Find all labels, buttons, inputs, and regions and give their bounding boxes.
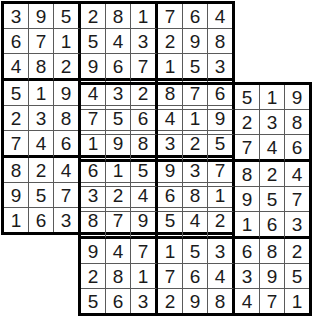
sudoku-cell-br-r5c7: 9	[235, 187, 260, 212]
sudoku-cell-tl-r8c1: 9	[4, 183, 29, 208]
board: 3952817646715432984829671535194328762387…	[0, 0, 312, 320]
sudoku-cell-br-r6c9: 3	[285, 212, 309, 239]
sudoku-cell-br-r4c8: 2	[260, 162, 285, 187]
sudoku-cell-tl-r1c7: 7	[158, 4, 183, 29]
sudoku-cell-tl-r2c8: 9	[183, 29, 208, 54]
sudoku-cell-br-r8c1: 2	[81, 264, 106, 289]
sudoku-cell-tl-r1c4: 2	[81, 4, 106, 29]
sudoku-cell-br-r3c9: 6	[285, 135, 309, 162]
sudoku-cell-br-r1c4	[158, 85, 183, 110]
sudoku-cell-br-r2c8: 3	[260, 110, 285, 135]
sudoku-cell-br-r8c5: 6	[183, 264, 208, 289]
sudoku-cell-br-r1c7: 5	[235, 85, 260, 110]
sudoku-cell-tl-r4c3: 9	[54, 81, 81, 106]
sudoku-cell-br-r2c7: 2	[235, 110, 260, 135]
sudoku-cell-tl-r3c9: 3	[208, 54, 232, 81]
sudoku-cell-tl-r3c6: 7	[131, 54, 158, 81]
sudoku-cell-br-r4c3	[131, 162, 158, 187]
sudoku-cell-br-r1c9: 9	[285, 85, 309, 110]
sudoku-cell-tl-r7c2: 2	[29, 158, 54, 183]
sudoku-cell-tl-r5c3: 8	[54, 106, 81, 131]
sudoku-cell-tl-r1c9: 4	[208, 4, 232, 29]
sudoku-cell-br-r5c4	[158, 187, 183, 212]
sudoku-cell-br-r4c9: 4	[285, 162, 309, 187]
sudoku-cell-br-r4c6	[208, 162, 235, 187]
sudoku-cell-br-r7c1: 9	[81, 239, 106, 264]
sudoku-cell-br-r9c6: 8	[208, 289, 235, 313]
sudoku-cell-br-r4c7: 8	[235, 162, 260, 187]
sudoku-cell-br-r7c5: 5	[183, 239, 208, 264]
sudoku-cell-br-r2c2	[106, 110, 131, 135]
sudoku-cell-br-r4c5	[183, 162, 208, 187]
sudoku-cell-tl-r2c9: 8	[208, 29, 232, 54]
sudoku-cell-tl-r5c1: 2	[4, 106, 29, 131]
sudoku-cell-br-r5c3	[131, 187, 158, 212]
sudoku-cell-br-r5c8: 5	[260, 187, 285, 212]
sudoku-cell-br-r7c7: 6	[235, 239, 260, 264]
sudoku-cell-tl-r2c2: 7	[29, 29, 54, 54]
sudoku-cell-tl-r9c2: 6	[29, 208, 54, 232]
sudoku-cell-br-r3c7: 7	[235, 135, 260, 162]
sudoku-cell-tl-r3c4: 9	[81, 54, 106, 81]
sudoku-cell-br-r5c9: 7	[285, 187, 309, 212]
sudoku-cell-br-r6c8: 6	[260, 212, 285, 239]
sudoku-grid-bottom-right: 5192387468249571639471536822817643955632…	[78, 82, 312, 316]
sudoku-cell-br-r1c5	[183, 85, 208, 110]
sudoku-cell-br-r9c4: 2	[158, 289, 183, 313]
sudoku-cell-br-r8c4: 7	[158, 264, 183, 289]
sudoku-cell-br-r4c4	[158, 162, 183, 187]
sudoku-cell-br-r1c2	[106, 85, 131, 110]
sudoku-cell-br-r3c4	[158, 135, 183, 162]
sudoku-cell-tl-r1c2: 9	[29, 4, 54, 29]
sudoku-cell-br-r6c2	[106, 212, 131, 239]
sudoku-cell-tl-r4c2: 1	[29, 81, 54, 106]
sudoku-cell-br-r5c2	[106, 187, 131, 212]
sudoku-cell-br-r1c3	[131, 85, 158, 110]
sudoku-cell-tl-r2c4: 5	[81, 29, 106, 54]
sudoku-cell-tl-r4c1: 5	[4, 81, 29, 106]
sudoku-cell-tl-r2c5: 4	[106, 29, 131, 54]
sudoku-cell-br-r9c3: 3	[131, 289, 158, 313]
sudoku-cell-tl-r1c6: 1	[131, 4, 158, 29]
sudoku-cell-br-r6c4	[158, 212, 183, 239]
sudoku-cell-tl-r6c3: 6	[54, 131, 81, 158]
sudoku-cell-tl-r3c5: 6	[106, 54, 131, 81]
sudoku-cell-br-r9c8: 7	[260, 289, 285, 313]
sudoku-cell-tl-r2c3: 1	[54, 29, 81, 54]
sudoku-cell-tl-r1c8: 6	[183, 4, 208, 29]
sudoku-cell-tl-r5c2: 3	[29, 106, 54, 131]
sudoku-cell-br-r6c6	[208, 212, 235, 239]
sudoku-cell-br-r4c2	[106, 162, 131, 187]
sudoku-cell-br-r8c3: 1	[131, 264, 158, 289]
sudoku-cell-tl-r9c3: 3	[54, 208, 81, 232]
sudoku-cell-br-r3c8: 4	[260, 135, 285, 162]
sudoku-cell-br-r2c1	[81, 110, 106, 135]
sudoku-cell-br-r3c3	[131, 135, 158, 162]
sudoku-cell-br-r4c1	[81, 162, 106, 187]
sudoku-cell-br-r9c2: 6	[106, 289, 131, 313]
sudoku-cell-tl-r6c1: 7	[4, 131, 29, 158]
sudoku-cell-br-r9c9: 1	[285, 289, 309, 313]
sudoku-cell-tl-r9c1: 1	[4, 208, 29, 232]
sudoku-cell-tl-r3c1: 4	[4, 54, 29, 81]
sudoku-cell-br-r7c6: 3	[208, 239, 235, 264]
sudoku-cell-br-r6c7: 1	[235, 212, 260, 239]
sudoku-cell-br-r2c5	[183, 110, 208, 135]
sudoku-cell-br-r7c9: 2	[285, 239, 309, 264]
sudoku-cell-tl-r8c3: 7	[54, 183, 81, 208]
sudoku-cell-br-r9c7: 4	[235, 289, 260, 313]
sudoku-cell-br-r8c2: 8	[106, 264, 131, 289]
sudoku-cell-tl-r1c1: 3	[4, 4, 29, 29]
sudoku-cell-br-r3c5	[183, 135, 208, 162]
sudoku-cell-tl-r1c5: 8	[106, 4, 131, 29]
sudoku-cell-tl-r8c2: 5	[29, 183, 54, 208]
sudoku-cell-br-r2c9: 8	[285, 110, 309, 135]
sudoku-cell-br-r7c8: 8	[260, 239, 285, 264]
sudoku-cell-tl-r1c3: 5	[54, 4, 81, 29]
sudoku-cell-br-r7c2: 4	[106, 239, 131, 264]
sudoku-cell-br-r9c1: 5	[81, 289, 106, 313]
sudoku-cell-tl-r3c7: 1	[158, 54, 183, 81]
sudoku-cell-tl-r7c3: 4	[54, 158, 81, 183]
sudoku-cell-tl-r7c1: 8	[4, 158, 29, 183]
sudoku-cell-br-r6c3	[131, 212, 158, 239]
sudoku-cell-tl-r2c6: 3	[131, 29, 158, 54]
sudoku-cell-br-r6c1	[81, 212, 106, 239]
sudoku-cell-br-r2c6	[208, 110, 235, 135]
sudoku-cell-tl-r3c3: 2	[54, 54, 81, 81]
sudoku-cell-tl-r3c2: 8	[29, 54, 54, 81]
sudoku-cell-br-r3c6	[208, 135, 235, 162]
sudoku-cell-br-r5c5	[183, 187, 208, 212]
sudoku-cell-tl-r2c1: 6	[4, 29, 29, 54]
sudoku-cell-br-r1c1	[81, 85, 106, 110]
sudoku-cell-br-r2c4	[158, 110, 183, 135]
sudoku-cell-br-r1c6	[208, 85, 235, 110]
sudoku-cell-br-r8c8: 9	[260, 264, 285, 289]
sudoku-cell-br-r5c1	[81, 187, 106, 212]
sudoku-cell-br-r2c3	[131, 110, 158, 135]
sudoku-cell-tl-r2c7: 2	[158, 29, 183, 54]
sudoku-cell-tl-r3c8: 5	[183, 54, 208, 81]
sudoku-cell-br-r7c4: 1	[158, 239, 183, 264]
sudoku-cell-br-r3c1	[81, 135, 106, 162]
sudoku-cell-br-r9c5: 9	[183, 289, 208, 313]
sudoku-cell-br-r6c5	[183, 212, 208, 239]
sudoku-cell-br-r8c7: 3	[235, 264, 260, 289]
sudoku-cell-br-r8c9: 5	[285, 264, 309, 289]
sudoku-cell-br-r5c6	[208, 187, 235, 212]
sudoku-cell-br-r3c2	[106, 135, 131, 162]
sudoku-cell-br-r8c6: 4	[208, 264, 235, 289]
sudoku-cell-br-r7c3: 7	[131, 239, 158, 264]
sudoku-cell-tl-r6c2: 4	[29, 131, 54, 158]
sudoku-cell-br-r1c8: 1	[260, 85, 285, 110]
